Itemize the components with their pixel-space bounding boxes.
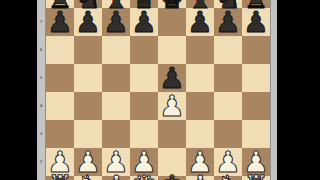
square-e3[interactable] [158, 120, 186, 148]
black-queen[interactable]: ♛ [131, 0, 157, 12]
square-f4[interactable] [186, 92, 214, 120]
square-g4[interactable] [214, 92, 242, 120]
rank-coordinate-strip-left: 8 7 6 5 4 3 2 1 [37, 0, 46, 180]
square-e6[interactable] [158, 36, 186, 64]
square-a4[interactable] [46, 92, 74, 120]
chess-app-viewport: 8 7 6 5 4 3 2 1 ♜♞♝♛♚♝♞♜♟♟♟♟♟♟♟♟♟♟♟♟♟♟♟♟… [0, 0, 320, 180]
black-rook[interactable]: ♜ [243, 0, 269, 12]
white-king[interactable]: ♚ [159, 172, 185, 180]
square-b8[interactable]: ♞ [74, 0, 102, 8]
square-f6[interactable] [186, 36, 214, 64]
square-d8[interactable]: ♛ [130, 0, 158, 8]
square-g6[interactable] [214, 36, 242, 64]
rank-label-2: 2 [39, 156, 42, 168]
square-d6[interactable] [130, 36, 158, 64]
square-g1[interactable]: ♞ [214, 176, 242, 180]
square-b5[interactable] [74, 64, 102, 92]
rank-labels: 8 7 6 5 4 3 2 1 [37, 0, 45, 180]
square-g3[interactable] [214, 120, 242, 148]
rank-label-3: 3 [39, 128, 42, 140]
chess-board[interactable]: ♜♞♝♛♚♝♞♜♟♟♟♟♟♟♟♟♟♟♟♟♟♟♟♟♜♞♝♛♚♝♞♜ [46, 0, 270, 180]
black-bishop[interactable]: ♝ [187, 0, 213, 12]
square-c8[interactable]: ♝ [102, 0, 130, 8]
square-b3[interactable] [74, 120, 102, 148]
square-d1[interactable]: ♛ [130, 176, 158, 180]
square-a3[interactable] [46, 120, 74, 148]
square-b4[interactable] [74, 92, 102, 120]
square-a6[interactable] [46, 36, 74, 64]
black-rook[interactable]: ♜ [47, 0, 73, 12]
square-h5[interactable] [242, 64, 270, 92]
square-d5[interactable] [130, 64, 158, 92]
square-c5[interactable] [102, 64, 130, 92]
square-a8[interactable]: ♜ [46, 0, 74, 8]
rank-label-6: 6 [39, 44, 42, 56]
square-f1[interactable]: ♝ [186, 176, 214, 180]
square-h1[interactable]: ♜ [242, 176, 270, 180]
white-pawn[interactable]: ♟ [159, 92, 185, 120]
white-bishop[interactable]: ♝ [103, 172, 129, 180]
square-c3[interactable] [102, 120, 130, 148]
square-e8[interactable]: ♚ [158, 0, 186, 8]
white-bishop[interactable]: ♝ [187, 172, 213, 180]
square-c4[interactable] [102, 92, 130, 120]
square-h8[interactable]: ♜ [242, 0, 270, 8]
rank-label-7: 7 [39, 16, 42, 28]
square-b6[interactable] [74, 36, 102, 64]
black-knight[interactable]: ♞ [215, 0, 241, 12]
square-g8[interactable]: ♞ [214, 0, 242, 8]
white-rook[interactable]: ♜ [243, 172, 269, 180]
square-g5[interactable] [214, 64, 242, 92]
square-a5[interactable] [46, 64, 74, 92]
letterbox-left [0, 0, 37, 180]
square-f3[interactable] [186, 120, 214, 148]
square-c6[interactable] [102, 36, 130, 64]
black-knight[interactable]: ♞ [75, 0, 101, 12]
rank-label-5: 5 [39, 72, 42, 84]
black-pawn[interactable]: ♟ [159, 64, 185, 92]
black-king[interactable]: ♚ [159, 0, 185, 12]
white-knight[interactable]: ♞ [75, 172, 101, 180]
square-b1[interactable]: ♞ [74, 176, 102, 180]
square-e1[interactable]: ♚ [158, 176, 186, 180]
rank-label-4: 4 [39, 100, 42, 112]
square-h6[interactable] [242, 36, 270, 64]
square-a1[interactable]: ♜ [46, 176, 74, 180]
square-h3[interactable] [242, 120, 270, 148]
square-f8[interactable]: ♝ [186, 0, 214, 8]
rank-coordinate-strip-right [270, 0, 277, 180]
black-bishop[interactable]: ♝ [103, 0, 129, 12]
letterbox-right [277, 0, 320, 180]
square-d4[interactable] [130, 92, 158, 120]
square-f5[interactable] [186, 64, 214, 92]
square-c1[interactable]: ♝ [102, 176, 130, 180]
white-knight[interactable]: ♞ [215, 172, 241, 180]
white-queen[interactable]: ♛ [131, 172, 157, 180]
white-rook[interactable]: ♜ [47, 172, 73, 180]
square-d3[interactable] [130, 120, 158, 148]
square-e5[interactable]: ♟ [158, 64, 186, 92]
square-e4[interactable]: ♟ [158, 92, 186, 120]
square-h4[interactable] [242, 92, 270, 120]
